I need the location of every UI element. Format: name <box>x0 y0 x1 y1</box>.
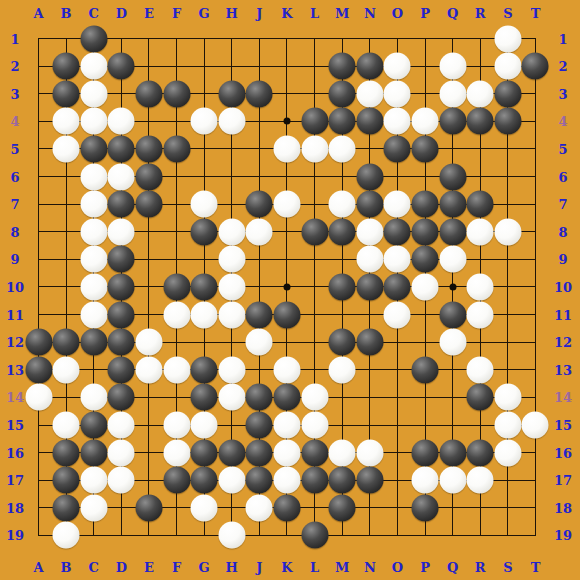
black-stone[interactable] <box>218 439 245 466</box>
column-label-bottom: L <box>310 560 319 575</box>
black-stone[interactable] <box>356 53 383 80</box>
black-stone[interactable] <box>191 384 218 411</box>
white-stone[interactable] <box>218 273 245 300</box>
white-stone[interactable] <box>80 246 107 273</box>
black-stone[interactable] <box>135 163 162 190</box>
black-stone[interactable] <box>273 301 300 328</box>
white-stone[interactable] <box>412 273 439 300</box>
white-stone[interactable] <box>384 246 411 273</box>
white-stone[interactable] <box>53 412 80 439</box>
column-label-bottom: J <box>256 560 262 575</box>
white-stone[interactable] <box>439 329 466 356</box>
column-label-top: G <box>199 6 210 21</box>
black-stone[interactable] <box>135 191 162 218</box>
black-stone[interactable] <box>80 439 107 466</box>
black-stone[interactable] <box>439 108 466 135</box>
black-stone[interactable] <box>108 356 135 383</box>
black-stone[interactable] <box>53 494 80 521</box>
black-stone[interactable] <box>356 467 383 494</box>
white-stone[interactable] <box>80 467 107 494</box>
black-stone[interactable] <box>108 246 135 273</box>
black-stone[interactable] <box>191 439 218 466</box>
column-label-bottom: M <box>335 560 349 575</box>
row-label-left: 13 <box>6 362 24 377</box>
black-stone[interactable] <box>329 80 356 107</box>
row-label-right: 7 <box>558 197 567 212</box>
black-stone[interactable] <box>412 439 439 466</box>
column-label-top: P <box>420 6 430 21</box>
white-stone[interactable] <box>494 412 521 439</box>
column-label-bottom: A <box>33 560 43 575</box>
black-stone[interactable] <box>53 467 80 494</box>
white-stone[interactable] <box>494 439 521 466</box>
row-label-right: 14 <box>554 390 572 405</box>
row-label-left: 6 <box>10 169 19 184</box>
white-stone[interactable] <box>273 467 300 494</box>
white-stone[interactable] <box>301 412 328 439</box>
white-stone[interactable] <box>439 80 466 107</box>
column-label-top: D <box>116 6 127 21</box>
black-stone[interactable] <box>329 53 356 80</box>
black-stone[interactable] <box>53 439 80 466</box>
white-stone[interactable] <box>467 356 494 383</box>
black-stone[interactable] <box>329 273 356 300</box>
column-label-top: N <box>364 6 376 21</box>
black-stone[interactable] <box>467 108 494 135</box>
white-stone[interactable] <box>80 53 107 80</box>
row-label-right: 16 <box>554 445 572 460</box>
row-label-left: 9 <box>10 252 19 267</box>
black-stone[interactable] <box>80 135 107 162</box>
row-label-right: 9 <box>558 252 567 267</box>
black-stone[interactable] <box>273 494 300 521</box>
row-label-left: 7 <box>10 197 19 212</box>
white-stone[interactable] <box>218 108 245 135</box>
column-label-bottom: H <box>226 560 238 575</box>
black-stone[interactable] <box>135 494 162 521</box>
row-label-right: 2 <box>558 59 567 74</box>
white-stone[interactable] <box>218 384 245 411</box>
white-stone[interactable] <box>384 108 411 135</box>
column-label-top: H <box>226 6 238 21</box>
black-stone[interactable] <box>494 80 521 107</box>
black-stone[interactable] <box>218 80 245 107</box>
black-stone[interactable] <box>329 218 356 245</box>
white-stone[interactable] <box>163 439 190 466</box>
column-label-top: J <box>256 6 262 21</box>
row-label-left: 11 <box>6 307 24 322</box>
black-stone[interactable] <box>135 135 162 162</box>
black-stone[interactable] <box>439 301 466 328</box>
black-stone[interactable] <box>412 191 439 218</box>
row-label-left: 8 <box>10 224 19 239</box>
white-stone[interactable] <box>163 301 190 328</box>
column-label-bottom: E <box>144 560 154 575</box>
row-label-right: 3 <box>558 86 567 101</box>
black-stone[interactable] <box>80 25 107 52</box>
column-label-bottom: T <box>531 560 541 575</box>
black-stone[interactable] <box>439 218 466 245</box>
white-stone[interactable] <box>356 218 383 245</box>
black-stone[interactable] <box>163 80 190 107</box>
row-label-left: 3 <box>10 86 19 101</box>
black-stone[interactable] <box>25 329 52 356</box>
column-label-top: S <box>503 6 512 21</box>
white-stone[interactable] <box>108 412 135 439</box>
star-point <box>449 283 456 290</box>
white-stone[interactable] <box>439 246 466 273</box>
column-label-bottom: N <box>364 560 376 575</box>
white-stone[interactable] <box>384 191 411 218</box>
black-stone[interactable] <box>356 191 383 218</box>
black-stone[interactable] <box>191 273 218 300</box>
white-stone[interactable] <box>80 80 107 107</box>
go-board[interactable]: AABBCCDDEEFFGGHHJJKKLLMMNNOOPPQQRRSSTT11… <box>0 0 580 580</box>
row-label-left: 19 <box>6 528 24 543</box>
white-stone[interactable] <box>273 439 300 466</box>
white-stone[interactable] <box>191 412 218 439</box>
black-stone[interactable] <box>467 384 494 411</box>
row-label-right: 6 <box>558 169 567 184</box>
white-stone[interactable] <box>218 301 245 328</box>
white-stone[interactable] <box>522 412 549 439</box>
row-label-right: 19 <box>554 528 572 543</box>
black-stone[interactable] <box>246 384 273 411</box>
black-stone[interactable] <box>329 494 356 521</box>
white-stone[interactable] <box>356 439 383 466</box>
black-stone[interactable] <box>384 218 411 245</box>
white-stone[interactable] <box>191 494 218 521</box>
white-stone[interactable] <box>108 108 135 135</box>
white-stone[interactable] <box>80 218 107 245</box>
white-stone[interactable] <box>301 384 328 411</box>
black-stone[interactable] <box>163 273 190 300</box>
black-stone[interactable] <box>191 356 218 383</box>
black-stone[interactable] <box>439 163 466 190</box>
white-stone[interactable] <box>80 301 107 328</box>
white-stone[interactable] <box>163 412 190 439</box>
white-stone[interactable] <box>218 467 245 494</box>
black-stone[interactable] <box>467 439 494 466</box>
black-stone[interactable] <box>356 163 383 190</box>
white-stone[interactable] <box>384 80 411 107</box>
white-stone[interactable] <box>53 108 80 135</box>
column-label-top: R <box>475 6 486 21</box>
white-stone[interactable] <box>384 53 411 80</box>
white-stone[interactable] <box>80 384 107 411</box>
white-stone[interactable] <box>273 356 300 383</box>
star-point <box>283 283 290 290</box>
column-label-top: A <box>33 6 43 21</box>
row-label-left: 14 <box>6 390 24 405</box>
column-label-top: K <box>281 6 292 21</box>
white-stone[interactable] <box>135 329 162 356</box>
white-stone[interactable] <box>53 135 80 162</box>
column-label-bottom: G <box>199 560 210 575</box>
row-label-right: 1 <box>558 31 567 46</box>
row-label-right: 5 <box>558 141 567 156</box>
white-stone[interactable] <box>301 135 328 162</box>
black-stone[interactable] <box>301 522 328 549</box>
black-stone[interactable] <box>246 467 273 494</box>
white-stone[interactable] <box>108 439 135 466</box>
white-stone[interactable] <box>467 301 494 328</box>
white-stone[interactable] <box>218 218 245 245</box>
black-stone[interactable] <box>191 218 218 245</box>
row-label-left: 10 <box>6 279 24 294</box>
white-stone[interactable] <box>25 384 52 411</box>
column-label-bottom: Q <box>447 560 458 575</box>
column-label-top: O <box>392 6 403 21</box>
column-label-bottom: P <box>420 560 430 575</box>
column-label-bottom: B <box>61 560 72 575</box>
black-stone[interactable] <box>329 108 356 135</box>
white-stone[interactable] <box>494 218 521 245</box>
black-stone[interactable] <box>384 273 411 300</box>
column-label-top: L <box>310 6 319 21</box>
row-label-left: 15 <box>6 418 24 433</box>
black-stone[interactable] <box>53 80 80 107</box>
grid-line <box>38 535 536 536</box>
black-stone[interactable] <box>439 439 466 466</box>
white-stone[interactable] <box>412 467 439 494</box>
white-stone[interactable] <box>191 108 218 135</box>
white-stone[interactable] <box>108 163 135 190</box>
black-stone[interactable] <box>301 467 328 494</box>
black-stone[interactable] <box>246 301 273 328</box>
black-stone[interactable] <box>246 80 273 107</box>
black-stone[interactable] <box>108 135 135 162</box>
white-stone[interactable] <box>80 163 107 190</box>
row-label-left: 4 <box>10 114 19 129</box>
black-stone[interactable] <box>467 191 494 218</box>
row-label-right: 8 <box>558 224 567 239</box>
row-label-right: 10 <box>554 279 572 294</box>
white-stone[interactable] <box>439 467 466 494</box>
white-stone[interactable] <box>246 329 273 356</box>
black-stone[interactable] <box>108 191 135 218</box>
row-label-right: 12 <box>554 335 572 350</box>
white-stone[interactable] <box>467 273 494 300</box>
column-label-top: T <box>531 6 541 21</box>
white-stone[interactable] <box>135 356 162 383</box>
column-label-top: B <box>61 6 72 21</box>
white-stone[interactable] <box>246 494 273 521</box>
black-stone[interactable] <box>412 494 439 521</box>
black-stone[interactable] <box>329 329 356 356</box>
white-stone[interactable] <box>329 135 356 162</box>
column-label-top: M <box>335 6 349 21</box>
black-stone[interactable] <box>273 384 300 411</box>
column-label-top: E <box>144 6 154 21</box>
black-stone[interactable] <box>246 439 273 466</box>
grid-line <box>535 38 536 536</box>
black-stone[interactable] <box>356 108 383 135</box>
black-stone[interactable] <box>135 80 162 107</box>
black-stone[interactable] <box>522 53 549 80</box>
white-stone[interactable] <box>191 301 218 328</box>
white-stone[interactable] <box>356 246 383 273</box>
black-stone[interactable] <box>356 329 383 356</box>
row-label-right: 13 <box>554 362 572 377</box>
black-stone[interactable] <box>246 412 273 439</box>
black-stone[interactable] <box>301 108 328 135</box>
black-stone[interactable] <box>412 356 439 383</box>
row-label-right: 15 <box>554 418 572 433</box>
column-label-bottom: R <box>475 560 486 575</box>
black-stone[interactable] <box>80 329 107 356</box>
row-label-right: 11 <box>554 307 572 322</box>
black-stone[interactable] <box>494 108 521 135</box>
black-stone[interactable] <box>329 467 356 494</box>
row-label-left: 12 <box>6 335 24 350</box>
white-stone[interactable] <box>191 191 218 218</box>
star-point <box>283 118 290 125</box>
black-stone[interactable] <box>53 53 80 80</box>
white-stone[interactable] <box>494 25 521 52</box>
white-stone[interactable] <box>163 356 190 383</box>
black-stone[interactable] <box>412 218 439 245</box>
column-label-top: F <box>172 6 181 21</box>
white-stone[interactable] <box>467 467 494 494</box>
white-stone[interactable] <box>467 218 494 245</box>
white-stone[interactable] <box>329 356 356 383</box>
black-stone[interactable] <box>301 218 328 245</box>
white-stone[interactable] <box>80 108 107 135</box>
black-stone[interactable] <box>163 467 190 494</box>
column-label-bottom: D <box>116 560 127 575</box>
white-stone[interactable] <box>412 108 439 135</box>
white-stone[interactable] <box>384 301 411 328</box>
row-label-left: 1 <box>10 31 19 46</box>
column-label-bottom: F <box>172 560 181 575</box>
black-stone[interactable] <box>412 246 439 273</box>
row-label-right: 18 <box>554 500 572 515</box>
black-stone[interactable] <box>108 301 135 328</box>
white-stone[interactable] <box>273 191 300 218</box>
column-label-bottom: O <box>392 560 403 575</box>
white-stone[interactable] <box>356 80 383 107</box>
row-label-left: 16 <box>6 445 24 460</box>
black-stone[interactable] <box>384 135 411 162</box>
black-stone[interactable] <box>163 135 190 162</box>
row-label-left: 2 <box>10 59 19 74</box>
white-stone[interactable] <box>218 246 245 273</box>
white-stone[interactable] <box>273 135 300 162</box>
black-stone[interactable] <box>191 467 218 494</box>
black-stone[interactable] <box>25 356 52 383</box>
black-stone[interactable] <box>439 191 466 218</box>
white-stone[interactable] <box>218 356 245 383</box>
row-label-right: 17 <box>554 473 572 488</box>
white-stone[interactable] <box>80 191 107 218</box>
white-stone[interactable] <box>108 467 135 494</box>
column-label-bottom: K <box>281 560 292 575</box>
white-stone[interactable] <box>218 522 245 549</box>
row-label-right: 4 <box>558 114 567 129</box>
white-stone[interactable] <box>80 273 107 300</box>
black-stone[interactable] <box>356 273 383 300</box>
white-stone[interactable] <box>80 494 107 521</box>
white-stone[interactable] <box>329 191 356 218</box>
white-stone[interactable] <box>53 522 80 549</box>
black-stone[interactable] <box>412 135 439 162</box>
column-label-bottom: C <box>89 560 99 575</box>
row-label-left: 18 <box>6 500 24 515</box>
white-stone[interactable] <box>494 53 521 80</box>
column-label-top: Q <box>447 6 458 21</box>
column-label-bottom: S <box>503 560 512 575</box>
black-stone[interactable] <box>301 439 328 466</box>
black-stone[interactable] <box>246 191 273 218</box>
white-stone[interactable] <box>494 384 521 411</box>
row-label-left: 17 <box>6 473 24 488</box>
black-stone[interactable] <box>80 412 107 439</box>
white-stone[interactable] <box>246 218 273 245</box>
row-label-left: 5 <box>10 141 19 156</box>
black-stone[interactable] <box>53 329 80 356</box>
white-stone[interactable] <box>439 53 466 80</box>
white-stone[interactable] <box>329 439 356 466</box>
column-label-top: C <box>89 6 99 21</box>
black-stone[interactable] <box>108 273 135 300</box>
black-stone[interactable] <box>108 329 135 356</box>
white-stone[interactable] <box>467 80 494 107</box>
black-stone[interactable] <box>108 53 135 80</box>
white-stone[interactable] <box>53 356 80 383</box>
black-stone[interactable] <box>108 384 135 411</box>
white-stone[interactable] <box>108 218 135 245</box>
white-stone[interactable] <box>273 412 300 439</box>
